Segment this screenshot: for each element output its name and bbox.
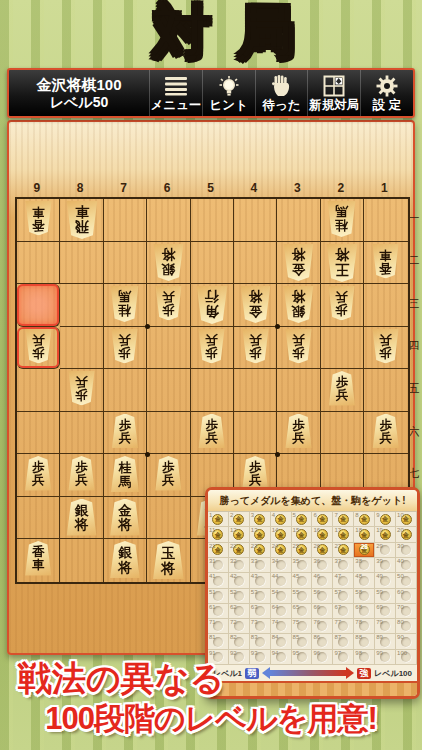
board-cell-6i[interactable]: 玉将 [147,539,190,582]
medal-cell-number: 29 [376,543,383,550]
board-cell-7f[interactable]: 歩兵 [104,412,147,455]
medal-cell-18: 18金 [354,527,375,542]
medal-cell-number: 8 [355,512,358,519]
medal-cell-78: 78 [354,619,375,634]
board-cell-9g[interactable]: 歩兵 [17,454,60,497]
medal-cell-69: 69 [375,604,396,619]
medal-cell-6: 6金 [312,512,333,527]
page-title: 対局 [0,0,422,72]
medal-cell-84: 84 [271,634,292,649]
medal-cell-45: 45 [292,573,313,588]
lightbulb-icon [216,75,242,97]
board-cell-6f[interactable] [147,412,190,455]
medal-cell-number: 98 [355,650,362,657]
header-bar: 金沢将棋100 レベル50 メニュー ヒント 待った 新規対局 [7,68,415,118]
medal-cell-37: 37 [333,558,354,573]
medal-cell-number: 88 [355,634,362,641]
medal-cell-number: 81 [209,634,216,641]
medal-cell-number: 26 [313,543,320,550]
medal-cell-65: 65 [292,604,313,619]
medal-cell-number: 61 [209,604,216,611]
shogi-piece-gote[interactable]: 銀将 [152,244,185,281]
level-scale: レベル1 弱 強 レベル100 [208,665,417,681]
medal-cell-74: 74 [271,619,292,634]
medal-cell-21: 21金 [208,543,229,558]
medal-cell-number: 13 [251,527,258,534]
board-cell-9d[interactable]: 歩兵 [17,327,60,370]
medal-cell-number: 77 [334,619,341,626]
shogi-piece-gote[interactable]: 歩兵 [327,286,356,321]
medal-cell-number: 36 [313,558,320,565]
board-cell-4b[interactable] [234,242,277,285]
file-label: 1 [363,180,406,196]
medal-cell-number: 96 [313,650,320,657]
medal-cell-98: 98 [354,650,375,665]
medal-cell-52: 52 [229,589,250,604]
medal-cell-35: 35 [292,558,313,573]
medal-cell-38: 38 [354,558,375,573]
medal-cell-number: 40 [397,558,404,565]
medal-cell-number: 17 [334,527,341,534]
board-cell-4c[interactable]: 金将 [234,284,277,327]
medal-cell-number: 85 [293,634,300,641]
medal-cell-number: 34 [272,558,279,565]
medal-cell-71: 71 [208,619,229,634]
board-cell-5e[interactable] [191,369,234,412]
medal-cell-90: 90 [396,634,417,649]
file-label: 9 [15,180,58,196]
menu-icon [163,75,189,97]
file-labels: 987654321 [15,180,406,196]
shogi-piece-gote[interactable]: 角行 [195,286,229,324]
raised-hand-icon [270,75,292,97]
medal-cell-number: 27 [334,543,341,550]
medal-cell-95: 95 [292,650,313,665]
shogi-piece-sente[interactable]: 歩兵 [110,414,139,449]
board-cell-8d[interactable] [60,327,103,370]
gold-medal-icon: 金 [317,514,328,525]
board-cell-2a[interactable]: 桂馬 [321,199,364,242]
medal-cell-number: 48 [355,573,362,580]
star-point [145,452,150,457]
star-point [145,324,150,329]
medal-cell-64: 64 [271,604,292,619]
board-cell-7b[interactable] [104,242,147,285]
medal-cell-number: 66 [313,604,320,611]
medal-cell-100: 100 [396,650,417,665]
medal-cell-number: 18 [355,527,362,534]
shogi-piece-sente[interactable]: 歩兵 [241,456,270,491]
board-cell-3a[interactable] [277,199,320,242]
star-point [275,324,280,329]
medal-cell-number: 2 [230,512,233,519]
medal-cell-number: 62 [230,604,237,611]
medal-cell-number: 93 [251,650,258,657]
board-cell-6e[interactable] [147,369,190,412]
medal-cell-40: 40 [396,558,417,573]
shogi-piece-gote[interactable]: 王将 [325,244,359,282]
board-cell-1e[interactable] [364,369,407,412]
app-name: 金沢将棋100 [36,76,121,93]
panel-wood-strip [208,681,417,696]
medal-cell-85: 85 [292,634,313,649]
medal-cell-number: 49 [376,573,383,580]
shogi-piece-sente[interactable]: 桂馬 [109,456,140,492]
medal-cell-number: 12 [230,527,237,534]
medal-cell-61: 61 [208,604,229,619]
medal-cell-number: 35 [293,558,300,565]
medal-cell-number: 90 [397,634,404,641]
medal-cell-number: 76 [313,619,320,626]
shogi-piece-gote[interactable]: 歩兵 [371,329,400,364]
medal-cell-47: 47 [333,573,354,588]
medal-cell-27: 27金 [333,543,354,558]
board-cell-6h[interactable] [147,497,190,540]
file-label: 3 [276,180,319,196]
medal-cell-42: 42 [229,573,250,588]
board-cell-7d[interactable]: 歩兵 [104,327,147,370]
medal-cell-36: 36 [312,558,333,573]
medal-cell-79: 79 [375,619,396,634]
medal-cell-number: 37 [334,558,341,565]
medal-cell-number: 97 [334,650,341,657]
board-cell-1d[interactable]: 歩兵 [364,327,407,370]
medal-cell-number: 58 [355,589,362,596]
shogi-piece-gote[interactable]: 歩兵 [24,329,53,364]
medal-cell-number: 50 [397,573,404,580]
board-cell-9a[interactable]: 香車 [17,199,60,242]
medal-cell-number: 19 [376,527,383,534]
board-cell-8c[interactable] [60,284,103,327]
medal-cell-number: 5 [293,512,296,519]
medal-cell-54: 54 [271,589,292,604]
medal-cell-1: 1金 [208,512,229,527]
promo-header-text: 勝ってメダルを集めて、盤・駒をゲット! [208,490,417,511]
medal-cell-70: 70 [396,604,417,619]
shogi-piece-sente[interactable]: 金将 [108,499,141,536]
medal-cell-32: 32 [229,558,250,573]
medal-cell-10: 10金 [396,512,417,527]
medal-cell-number: 75 [293,619,300,626]
medal-cell-number: 44 [272,573,279,580]
medal-cell-57: 57 [333,589,354,604]
shogi-piece-sente[interactable]: 銀将 [108,541,141,578]
new-game-button[interactable]: 新規対局 [307,70,360,116]
medal-cell-89: 89 [375,634,396,649]
medal-cell-number: 38 [355,558,362,565]
shogi-piece-sente[interactable]: 歩兵 [284,414,313,449]
shogi-piece-gote[interactable]: 歩兵 [197,329,226,364]
gold-medal-icon: 金 [380,514,391,525]
medal-cell-number: 84 [272,634,279,641]
board-cell-7e[interactable] [104,369,147,412]
board-cell-8i[interactable] [60,539,103,582]
board-cell-2c[interactable]: 歩兵 [321,284,364,327]
board-cell-9f[interactable] [17,412,60,455]
medal-cell-number: 100 [397,650,407,657]
board-cell-1c[interactable] [364,284,407,327]
file-label: 6 [145,180,188,196]
medal-cell-62: 62 [229,604,250,619]
board-cell-6g[interactable]: 歩兵 [147,454,190,497]
board-cell-6c[interactable]: 歩兵 [147,284,190,327]
medal-cell-87: 87 [333,634,354,649]
board-cell-5f[interactable]: 歩兵 [191,412,234,455]
board-cell-7a[interactable] [104,199,147,242]
board-cell-2d[interactable] [321,327,364,370]
medal-cell-number: 94 [272,650,279,657]
medal-cell-28: 28金 [354,543,375,558]
board-cell-9e[interactable] [17,369,60,412]
medal-cell-76: 76 [312,619,333,634]
medal-cell-number: 51 [209,589,216,596]
board-cell-8e[interactable]: 歩兵 [60,369,103,412]
medal-cell-number: 69 [376,604,383,611]
shogi-piece-gote[interactable]: 香車 [371,244,400,279]
shogi-piece-sente[interactable]: 玉将 [151,541,185,579]
medal-cell-49: 49 [375,573,396,588]
board-cell-1a[interactable] [364,199,407,242]
medal-cell-30: 30 [396,543,417,558]
shogi-piece-gote[interactable]: 歩兵 [110,329,139,364]
shogi-piece-gote[interactable]: 金将 [282,244,315,281]
board-cell-3c[interactable]: 銀将 [277,284,320,327]
board-cell-2f[interactable] [321,412,364,455]
shogi-piece-gote[interactable]: 歩兵 [284,329,313,364]
board-cell-5d[interactable]: 歩兵 [191,327,234,370]
medal-cell-number: 41 [209,573,216,580]
medal-cell-number: 72 [230,619,237,626]
medal-cell-24: 24金 [271,543,292,558]
board-cell-1f[interactable]: 歩兵 [364,412,407,455]
medal-cell-number: 45 [293,573,300,580]
medal-cell-13: 13金 [250,527,271,542]
shogi-piece-gote[interactable]: 銀将 [282,286,315,323]
medal-cell-number: 87 [334,634,341,641]
medal-cell-number: 28 [354,543,374,550]
medal-cell-number: 64 [272,604,279,611]
medal-cell-number: 79 [376,619,383,626]
medal-cell-56: 56 [312,589,333,604]
shogi-piece-gote[interactable]: 金将 [239,286,272,323]
file-label: 4 [232,180,275,196]
medal-cell-83: 83 [250,634,271,649]
file-label: 5 [189,180,232,196]
board-cell-8h[interactable]: 銀将 [60,497,103,540]
board-cell-5b[interactable] [191,242,234,285]
file-label: 7 [102,180,145,196]
medal-cell-number: 22 [230,543,237,550]
board-cell-7i[interactable]: 銀将 [104,539,147,582]
board-cell-3b[interactable]: 金将 [277,242,320,285]
board-cell-6a[interactable] [147,199,190,242]
board-window-icon [323,75,345,97]
shogi-piece-sente[interactable]: 歩兵 [154,456,183,491]
medal-cell-81: 81 [208,634,229,649]
shogi-piece-gote[interactable]: 桂馬 [109,286,140,322]
shogi-piece-gote[interactable]: 飛車 [65,201,99,239]
medal-cell-number: 42 [230,573,237,580]
board-cell-4a[interactable] [234,199,277,242]
medal-cell-number: 20 [397,527,404,534]
medal-cell-8: 8金 [354,512,375,527]
medal-cell-9: 9金 [375,512,396,527]
medal-cell-66: 66 [312,604,333,619]
medal-cell-41: 41 [208,573,229,588]
medal-cell-number: 9 [376,512,379,519]
shogi-piece-gote[interactable]: 桂馬 [326,201,357,237]
shogi-piece-gote[interactable]: 香車 [24,201,53,236]
medal-cell-58: 58 [354,589,375,604]
board-cell-1b[interactable]: 香車 [364,242,407,285]
medal-cell-15: 15金 [292,527,313,542]
weak-badge: 弱 [245,668,259,679]
medal-cell-88: 88 [354,634,375,649]
board-cell-9h[interactable] [17,497,60,540]
medal-cell-number: 31 [209,558,216,565]
board-cell-4d[interactable]: 歩兵 [234,327,277,370]
medal-cell-86: 86 [312,634,333,649]
board-cell-9b[interactable] [17,242,60,285]
medal-cell-number: 14 [272,527,279,534]
medal-cell-53: 53 [250,589,271,604]
medal-cell-82: 82 [229,634,250,649]
medal-cell-number: 32 [230,558,237,565]
medal-cell-73: 73 [250,619,271,634]
medal-cell-2: 2金 [229,512,250,527]
medal-cell-number: 10 [397,512,404,519]
board-cell-7c[interactable]: 桂馬 [104,284,147,327]
strong-badge: 強 [357,668,371,679]
menu-button[interactable]: メニュー [149,70,202,116]
board-cell-5c[interactable]: 角行 [191,284,234,327]
file-label: 8 [58,180,101,196]
medal-cell-number: 74 [272,619,279,626]
shogi-piece-gote[interactable]: 歩兵 [241,329,270,364]
board-cell-3d[interactable]: 歩兵 [277,327,320,370]
hint-button[interactable]: ヒント [202,70,255,116]
board-cell-8g[interactable]: 歩兵 [60,454,103,497]
shogi-piece-gote[interactable]: 歩兵 [67,371,96,406]
file-label: 2 [319,180,362,196]
medal-promo-panel: 勝ってメダルを集めて、盤・駒をゲット! 1金2金3金4金5金6金7金8金9金10… [205,487,420,699]
shogi-piece-sente[interactable]: 歩兵 [327,371,356,406]
medal-cell-97: 97 [333,650,354,665]
medal-cell-12: 12金 [229,527,250,542]
medal-cell-number: 47 [334,573,341,580]
medal-cell-number: 57 [334,589,341,596]
shogi-piece-sente[interactable]: 銀将 [65,499,98,536]
level-max-label: レベル100 [374,668,412,679]
medal-cell-23: 23金 [250,543,271,558]
medal-cell-99: 99 [375,650,396,665]
level-label: レベル50 [50,94,109,110]
board-cell-7h[interactable]: 金将 [104,497,147,540]
board-cell-3f[interactable]: 歩兵 [277,412,320,455]
medal-cell-number: 92 [230,650,237,657]
shogi-piece-gote[interactable]: 歩兵 [154,286,183,321]
banner-line-1: 戦法の異なる [18,656,224,702]
shogi-piece-sente[interactable]: 香車 [24,541,53,576]
medal-cell-39: 39 [375,558,396,573]
medal-cell-number: 60 [397,589,404,596]
medal-cell-number: 6 [313,512,316,519]
medal-cell-number: 99 [376,650,383,657]
medal-cell-number: 82 [230,634,237,641]
medal-cell-number: 83 [251,634,258,641]
medal-cell-number: 70 [397,604,404,611]
medal-cell-5: 5金 [292,512,313,527]
medal-cell-7: 7金 [333,512,354,527]
medal-cell-80: 80 [396,619,417,634]
board-cell-4e[interactable] [234,369,277,412]
star-point [275,452,280,457]
medal-cell-43: 43 [250,573,271,588]
medal-cell-number: 73 [251,619,258,626]
medal-cell-4: 4金 [271,512,292,527]
medal-cell-14: 14金 [271,527,292,542]
board-cell-4f[interactable] [234,412,277,455]
shogi-piece-sente[interactable]: 歩兵 [67,456,96,491]
medal-cell-93: 93 [250,650,271,665]
medal-cell-number: 53 [251,589,258,596]
medal-cell-59: 59 [375,589,396,604]
board-cell-2b[interactable]: 王将 [321,242,364,285]
medal-cell-46: 46 [312,573,333,588]
medal-cell-number: 21 [209,543,216,550]
medal-cell-number: 3 [251,512,254,519]
shogi-piece-sente[interactable]: 歩兵 [197,414,226,449]
board-cell-8b[interactable] [60,242,103,285]
medal-cell-67: 67 [333,604,354,619]
medal-cell-number: 56 [313,589,320,596]
medal-cell-16: 16金 [312,527,333,542]
opponent-info: 金沢将棋100 レベル50 [9,70,149,116]
medal-cell-44: 44 [271,573,292,588]
gear-icon [376,75,398,97]
shogi-piece-sente[interactable]: 歩兵 [24,456,53,491]
board-cell-9i[interactable]: 香車 [17,539,60,582]
medal-cell-20: 20金 [396,527,417,542]
board-cell-8a[interactable]: 飛車 [60,199,103,242]
medal-cell-31: 31 [208,558,229,573]
board-cell-9c[interactable] [17,284,60,327]
board-cell-8f[interactable] [60,412,103,455]
medal-cell-number: 95 [293,650,300,657]
medal-cell-75: 75 [292,619,313,634]
board-cell-6b[interactable]: 銀将 [147,242,190,285]
board-cell-2e[interactable]: 歩兵 [321,369,364,412]
board-cell-7g[interactable]: 桂馬 [104,454,147,497]
medal-cell-number: 1 [209,512,212,519]
medal-cell-number: 30 [397,543,404,550]
medal-cell-29: 29 [375,543,396,558]
board-cell-3e[interactable] [277,369,320,412]
gold-medal-icon: 金 [212,514,223,525]
medal-cell-number: 25 [293,543,300,550]
undo-button[interactable]: 待った [255,70,308,116]
medal-cell-34: 34 [271,558,292,573]
medal-cell-number: 46 [313,573,320,580]
medal-cell-number: 39 [376,558,383,565]
settings-button[interactable]: 設 定 [360,70,413,116]
board-cell-6d[interactable] [147,327,190,370]
shogi-piece-sente[interactable]: 歩兵 [371,414,400,449]
medal-cell-number: 55 [293,589,300,596]
board-cell-5a[interactable] [191,199,234,242]
medal-cell-number: 23 [251,543,258,550]
strength-gradient-arrow [270,670,346,676]
